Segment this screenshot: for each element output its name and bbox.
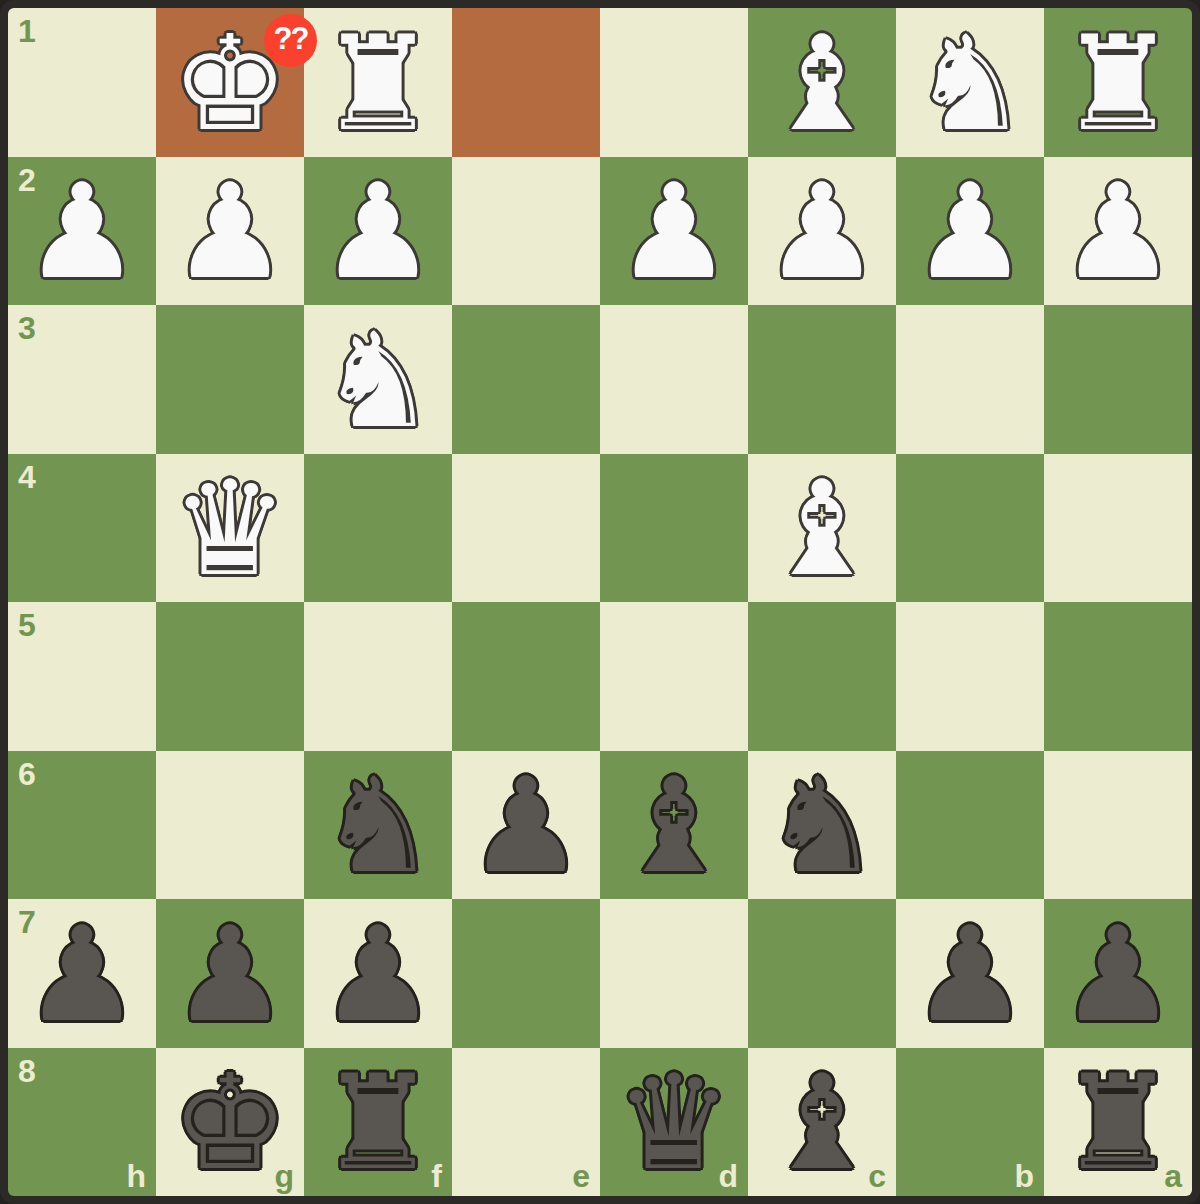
square-b6[interactable] (896, 751, 1044, 900)
square-h3[interactable]: 3 (8, 305, 156, 454)
piece-white-rook[interactable]: ♜ (319, 18, 436, 149)
square-e2[interactable] (452, 157, 600, 306)
square-f1[interactable]: ♜ (304, 8, 452, 157)
rank-label-5: 5 (18, 609, 36, 641)
piece-black-pawn[interactable]: ♟ (23, 909, 140, 1040)
square-b7[interactable]: ♟ (896, 899, 1044, 1048)
piece-white-rook[interactable]: ♜ (1059, 18, 1176, 149)
piece-black-rook[interactable]: ♜ (1059, 1057, 1176, 1188)
square-a2[interactable]: ♟ (1044, 157, 1192, 306)
square-e7[interactable] (452, 899, 600, 1048)
file-label-a: a (1164, 1160, 1182, 1192)
square-f7[interactable]: ♟ (304, 899, 452, 1048)
square-e6[interactable]: ♟ (452, 751, 600, 900)
square-c2[interactable]: ♟ (748, 157, 896, 306)
square-b2[interactable]: ♟ (896, 157, 1044, 306)
square-d6[interactable]: ♝ (600, 751, 748, 900)
chess-board: 1♚??♜♝♞♜2♟♟♟♟♟♟♟3♞4♛♝56♞♟♝♞7♟♟♟♟♟8hg♚f♜e… (0, 0, 1200, 1204)
square-c7[interactable] (748, 899, 896, 1048)
square-f6[interactable]: ♞ (304, 751, 452, 900)
square-a3[interactable] (1044, 305, 1192, 454)
piece-black-knight[interactable]: ♞ (319, 760, 436, 891)
square-e1[interactable] (452, 8, 600, 157)
square-f4[interactable] (304, 454, 452, 603)
square-h4[interactable]: 4 (8, 454, 156, 603)
square-h5[interactable]: 5 (8, 602, 156, 751)
square-a4[interactable] (1044, 454, 1192, 603)
square-c6[interactable]: ♞ (748, 751, 896, 900)
square-f8[interactable]: f♜ (304, 1048, 452, 1197)
square-c4[interactable]: ♝ (748, 454, 896, 603)
piece-white-bishop[interactable]: ♝ (763, 463, 880, 594)
square-c3[interactable] (748, 305, 896, 454)
square-a6[interactable] (1044, 751, 1192, 900)
square-b3[interactable] (896, 305, 1044, 454)
square-g6[interactable] (156, 751, 304, 900)
square-b4[interactable] (896, 454, 1044, 603)
piece-white-knight[interactable]: ♞ (319, 315, 436, 446)
square-a8[interactable]: a♜ (1044, 1048, 1192, 1197)
rank-label-8: 8 (18, 1055, 36, 1087)
piece-white-pawn[interactable]: ♟ (911, 166, 1028, 297)
piece-black-rook[interactable]: ♜ (319, 1057, 436, 1188)
piece-white-pawn[interactable]: ♟ (23, 166, 140, 297)
piece-black-pawn[interactable]: ♟ (467, 760, 584, 891)
square-g2[interactable]: ♟ (156, 157, 304, 306)
piece-black-bishop[interactable]: ♝ (615, 760, 732, 891)
rank-label-6: 6 (18, 758, 36, 790)
piece-white-knight[interactable]: ♞ (911, 18, 1028, 149)
square-g3[interactable] (156, 305, 304, 454)
piece-white-pawn[interactable]: ♟ (763, 166, 880, 297)
piece-white-bishop[interactable]: ♝ (763, 18, 880, 149)
square-h6[interactable]: 6 (8, 751, 156, 900)
piece-white-pawn[interactable]: ♟ (615, 166, 732, 297)
square-e4[interactable] (452, 454, 600, 603)
file-label-h: h (126, 1160, 146, 1192)
piece-black-queen[interactable]: ♛ (615, 1057, 732, 1188)
file-label-g: g (274, 1160, 294, 1192)
piece-white-pawn[interactable]: ♟ (1059, 166, 1176, 297)
square-c1[interactable]: ♝ (748, 8, 896, 157)
piece-black-pawn[interactable]: ♟ (171, 909, 288, 1040)
square-e5[interactable] (452, 602, 600, 751)
square-d5[interactable] (600, 602, 748, 751)
square-f2[interactable]: ♟ (304, 157, 452, 306)
piece-black-pawn[interactable]: ♟ (1059, 909, 1176, 1040)
square-d2[interactable]: ♟ (600, 157, 748, 306)
board-grid: 1♚??♜♝♞♜2♟♟♟♟♟♟♟3♞4♛♝56♞♟♝♞7♟♟♟♟♟8hg♚f♜e… (8, 8, 1192, 1196)
square-d1[interactable] (600, 8, 748, 157)
file-label-f: f (431, 1160, 442, 1192)
square-g1[interactable]: ♚?? (156, 8, 304, 157)
piece-black-king[interactable]: ♚ (171, 1057, 288, 1188)
square-f5[interactable] (304, 602, 452, 751)
rank-label-2: 2 (18, 164, 36, 196)
rank-label-1: 1 (18, 15, 36, 47)
rank-label-7: 7 (18, 906, 36, 938)
square-b1[interactable]: ♞ (896, 8, 1044, 157)
square-d3[interactable] (600, 305, 748, 454)
square-h2[interactable]: 2♟ (8, 157, 156, 306)
file-label-c: c (868, 1160, 886, 1192)
rank-label-4: 4 (18, 461, 36, 493)
square-d7[interactable] (600, 899, 748, 1048)
square-h1[interactable]: 1 (8, 8, 156, 157)
square-g5[interactable] (156, 602, 304, 751)
square-b5[interactable] (896, 602, 1044, 751)
piece-white-pawn[interactable]: ♟ (171, 166, 288, 297)
square-b8[interactable]: b (896, 1048, 1044, 1197)
file-label-b: b (1014, 1160, 1034, 1192)
blunder-badge: ?? (264, 14, 317, 67)
square-c5[interactable] (748, 602, 896, 751)
square-a7[interactable]: ♟ (1044, 899, 1192, 1048)
piece-white-queen[interactable]: ♛ (171, 463, 288, 594)
square-e3[interactable] (452, 305, 600, 454)
square-c8[interactable]: c♝ (748, 1048, 896, 1197)
piece-black-pawn[interactable]: ♟ (319, 909, 436, 1040)
piece-black-pawn[interactable]: ♟ (911, 909, 1028, 1040)
square-g7[interactable]: ♟ (156, 899, 304, 1048)
square-a5[interactable] (1044, 602, 1192, 751)
rank-label-3: 3 (18, 312, 36, 344)
file-label-e: e (572, 1160, 590, 1192)
square-a1[interactable]: ♜ (1044, 8, 1192, 157)
piece-black-knight[interactable]: ♞ (763, 760, 880, 891)
square-d4[interactable] (600, 454, 748, 603)
square-h7[interactable]: 7♟ (8, 899, 156, 1048)
square-g8[interactable]: g♚ (156, 1048, 304, 1197)
square-e8[interactable]: e (452, 1048, 600, 1197)
square-d8[interactable]: d♛ (600, 1048, 748, 1197)
piece-black-bishop[interactable]: ♝ (763, 1057, 880, 1188)
square-f3[interactable]: ♞ (304, 305, 452, 454)
square-h8[interactable]: 8h (8, 1048, 156, 1197)
file-label-d: d (718, 1160, 738, 1192)
piece-white-pawn[interactable]: ♟ (319, 166, 436, 297)
square-g4[interactable]: ♛ (156, 454, 304, 603)
